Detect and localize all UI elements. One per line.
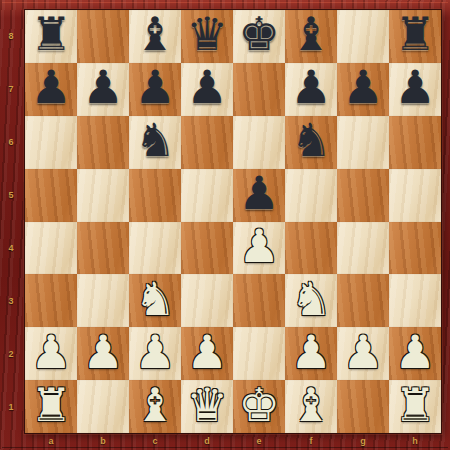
rank-label-3: 3 <box>8 296 13 306</box>
board: ♜♝♛♚♝♜♟♟♟♟♟♟♟♞♞♟♟♞♞♟♟♟♟♟♟♟♜♝♛♚♝♜ <box>25 10 441 433</box>
square-c1[interactable]: ♝ <box>129 380 181 433</box>
square-b3[interactable] <box>77 274 129 327</box>
square-d5[interactable] <box>181 169 233 222</box>
square-f1[interactable]: ♝ <box>285 380 337 433</box>
file-label-b: b <box>100 436 106 446</box>
square-f4[interactable] <box>285 222 337 275</box>
square-a5[interactable] <box>25 169 77 222</box>
square-h6[interactable] <box>389 116 441 169</box>
piece-white-bishop-c1[interactable]: ♝ <box>134 382 175 428</box>
square-a4[interactable] <box>25 222 77 275</box>
rank-label-2: 2 <box>8 349 13 359</box>
square-b1[interactable] <box>77 380 129 433</box>
square-d6[interactable] <box>181 116 233 169</box>
piece-black-pawn-e5[interactable]: ♟ <box>238 170 279 216</box>
piece-white-pawn-e4[interactable]: ♟ <box>238 223 279 269</box>
piece-black-bishop-f8[interactable]: ♝ <box>290 11 331 57</box>
square-b5[interactable] <box>77 169 129 222</box>
piece-black-bishop-c8[interactable]: ♝ <box>134 11 175 57</box>
square-f3[interactable]: ♞ <box>285 274 337 327</box>
piece-black-pawn-f7[interactable]: ♟ <box>290 64 331 110</box>
piece-black-pawn-g7[interactable]: ♟ <box>342 64 383 110</box>
rank-label-7: 7 <box>8 84 13 94</box>
piece-white-king-e1[interactable]: ♚ <box>238 382 279 428</box>
square-g8[interactable] <box>337 10 389 63</box>
square-f6[interactable]: ♞ <box>285 116 337 169</box>
rank-label-6: 6 <box>8 137 13 147</box>
piece-black-knight-f6[interactable]: ♞ <box>290 117 331 163</box>
square-h3[interactable] <box>389 274 441 327</box>
square-e2[interactable] <box>233 327 285 380</box>
square-g1[interactable] <box>337 380 389 433</box>
square-a1[interactable]: ♜ <box>25 380 77 433</box>
square-c8[interactable]: ♝ <box>129 10 181 63</box>
square-e8[interactable]: ♚ <box>233 10 285 63</box>
square-h2[interactable]: ♟ <box>389 327 441 380</box>
square-c3[interactable]: ♞ <box>129 274 181 327</box>
square-d2[interactable]: ♟ <box>181 327 233 380</box>
square-g2[interactable]: ♟ <box>337 327 389 380</box>
file-label-a: a <box>48 436 53 446</box>
square-b6[interactable] <box>77 116 129 169</box>
piece-white-bishop-f1[interactable]: ♝ <box>290 382 331 428</box>
piece-white-pawn-h2[interactable]: ♟ <box>394 329 435 375</box>
piece-black-queen-d8[interactable]: ♛ <box>186 11 227 57</box>
square-g4[interactable] <box>337 222 389 275</box>
square-c5[interactable] <box>129 169 181 222</box>
square-b2[interactable]: ♟ <box>77 327 129 380</box>
square-h7[interactable]: ♟ <box>389 63 441 116</box>
piece-black-pawn-c7[interactable]: ♟ <box>134 64 175 110</box>
square-e3[interactable] <box>233 274 285 327</box>
file-label-d: d <box>204 436 210 446</box>
piece-white-pawn-b2[interactable]: ♟ <box>82 329 123 375</box>
piece-white-pawn-f2[interactable]: ♟ <box>290 329 331 375</box>
piece-white-pawn-g2[interactable]: ♟ <box>342 329 383 375</box>
square-d8[interactable]: ♛ <box>181 10 233 63</box>
square-g6[interactable] <box>337 116 389 169</box>
square-h5[interactable] <box>389 169 441 222</box>
file-label-e: e <box>256 436 261 446</box>
piece-black-pawn-a7[interactable]: ♟ <box>30 64 71 110</box>
square-b4[interactable] <box>77 222 129 275</box>
square-f5[interactable] <box>285 169 337 222</box>
piece-black-king-e8[interactable]: ♚ <box>238 11 279 57</box>
square-c6[interactable]: ♞ <box>129 116 181 169</box>
piece-white-knight-c3[interactable]: ♞ <box>134 276 175 322</box>
square-c7[interactable]: ♟ <box>129 63 181 116</box>
square-g5[interactable] <box>337 169 389 222</box>
piece-white-pawn-c2[interactable]: ♟ <box>134 329 175 375</box>
file-label-c: c <box>152 436 157 446</box>
file-label-g: g <box>360 436 366 446</box>
square-b7[interactable]: ♟ <box>77 63 129 116</box>
square-g3[interactable] <box>337 274 389 327</box>
piece-white-pawn-a2[interactable]: ♟ <box>30 329 71 375</box>
square-h4[interactable] <box>389 222 441 275</box>
piece-white-rook-a1[interactable]: ♜ <box>30 382 71 428</box>
square-a8[interactable]: ♜ <box>25 10 77 63</box>
file-label-f: f <box>310 436 313 446</box>
square-c2[interactable]: ♟ <box>129 327 181 380</box>
rank-label-8: 8 <box>8 31 13 41</box>
square-a7[interactable]: ♟ <box>25 63 77 116</box>
square-c4[interactable] <box>129 222 181 275</box>
square-e1[interactable]: ♚ <box>233 380 285 433</box>
piece-white-rook-h1[interactable]: ♜ <box>394 382 435 428</box>
piece-white-queen-d1[interactable]: ♛ <box>186 382 227 428</box>
square-e4[interactable]: ♟ <box>233 222 285 275</box>
square-h8[interactable]: ♜ <box>389 10 441 63</box>
square-e5[interactable]: ♟ <box>233 169 285 222</box>
square-d1[interactable]: ♛ <box>181 380 233 433</box>
square-b8[interactable] <box>77 10 129 63</box>
square-f8[interactable]: ♝ <box>285 10 337 63</box>
piece-white-knight-f3[interactable]: ♞ <box>290 276 331 322</box>
square-e6[interactable] <box>233 116 285 169</box>
square-e7[interactable] <box>233 63 285 116</box>
piece-white-pawn-d2[interactable]: ♟ <box>186 329 227 375</box>
rank-label-5: 5 <box>8 190 13 200</box>
rank-label-4: 4 <box>8 243 13 253</box>
square-f7[interactable]: ♟ <box>285 63 337 116</box>
piece-black-pawn-d7[interactable]: ♟ <box>186 64 227 110</box>
square-d3[interactable] <box>181 274 233 327</box>
file-label-h: h <box>412 436 418 446</box>
square-a2[interactable]: ♟ <box>25 327 77 380</box>
piece-black-rook-a8[interactable]: ♜ <box>30 11 71 57</box>
piece-black-pawn-b7[interactable]: ♟ <box>82 64 123 110</box>
piece-black-knight-c6[interactable]: ♞ <box>134 117 175 163</box>
piece-black-rook-h8[interactable]: ♜ <box>394 11 435 57</box>
piece-black-pawn-h7[interactable]: ♟ <box>394 64 435 110</box>
square-a6[interactable] <box>25 116 77 169</box>
square-d7[interactable]: ♟ <box>181 63 233 116</box>
square-f2[interactable]: ♟ <box>285 327 337 380</box>
square-a3[interactable] <box>25 274 77 327</box>
chess-board-frame: ♜♝♛♚♝♜♟♟♟♟♟♟♟♞♞♟♟♞♞♟♟♟♟♟♟♟♜♝♛♚♝♜ 8765432… <box>0 0 450 450</box>
square-h1[interactable]: ♜ <box>389 380 441 433</box>
rank-label-1: 1 <box>8 402 13 412</box>
square-g7[interactable]: ♟ <box>337 63 389 116</box>
square-d4[interactable] <box>181 222 233 275</box>
